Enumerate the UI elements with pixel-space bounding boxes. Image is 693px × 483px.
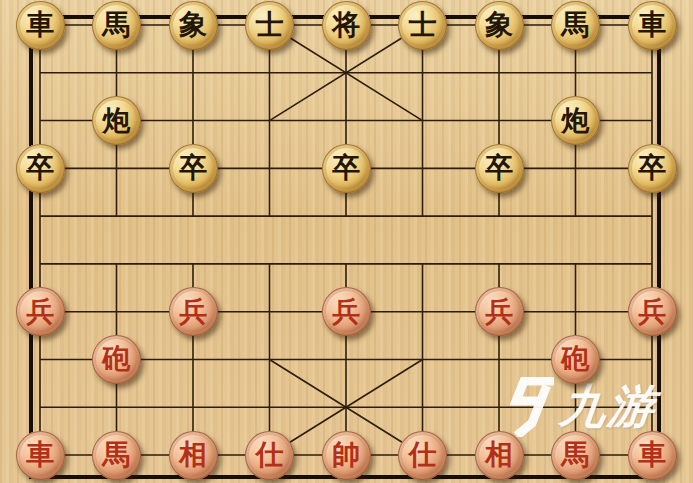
piece-red-soldier-g7[interactable]: 兵 [475,287,524,336]
piece-red-advisor-f10[interactable]: 仕 [398,431,447,480]
piece-black-soldier-i4[interactable]: 卒 [628,144,677,193]
piece-red-soldier-e7[interactable]: 兵 [322,287,371,336]
piece-black-soldier-a4[interactable]: 卒 [16,144,65,193]
piece-black-soldier-g4[interactable]: 卒 [475,144,524,193]
xiangqi-board[interactable]: 九游 車馬象士将士象馬車炮炮卒卒卒卒卒兵兵兵兵兵砲砲車馬相仕帥仕相馬車 [0,0,693,483]
piece-black-advisor-f1[interactable]: 士 [398,1,447,50]
piece-black-elephant-c1[interactable]: 象 [169,1,218,50]
piece-red-cannon-b8[interactable]: 砲 [92,335,141,384]
piece-red-advisor-d10[interactable]: 仕 [245,431,294,480]
piece-black-soldier-c4[interactable]: 卒 [169,144,218,193]
piece-red-soldier-a7[interactable]: 兵 [16,287,65,336]
piece-black-chariot-a1[interactable]: 車 [16,1,65,50]
piece-red-elephant-c10[interactable]: 相 [169,431,218,480]
piece-red-elephant-g10[interactable]: 相 [475,431,524,480]
piece-black-cannon-h3[interactable]: 炮 [551,96,600,145]
piece-black-cannon-b3[interactable]: 炮 [92,96,141,145]
piece-black-elephant-g1[interactable]: 象 [475,1,524,50]
piece-black-horse-h1[interactable]: 馬 [551,1,600,50]
piece-black-general-e1[interactable]: 将 [322,1,371,50]
piece-red-general-e10[interactable]: 帥 [322,431,371,480]
piece-black-soldier-e4[interactable]: 卒 [322,144,371,193]
piece-red-soldier-i7[interactable]: 兵 [628,287,677,336]
board-grid-lines [0,0,693,483]
piece-red-horse-h10[interactable]: 馬 [551,431,600,480]
piece-red-chariot-i10[interactable]: 車 [628,431,677,480]
piece-red-chariot-a10[interactable]: 車 [16,431,65,480]
piece-red-soldier-c7[interactable]: 兵 [169,287,218,336]
piece-red-cannon-h8[interactable]: 砲 [551,335,600,384]
piece-black-advisor-d1[interactable]: 士 [245,1,294,50]
piece-black-chariot-i1[interactable]: 車 [628,1,677,50]
piece-red-horse-b10[interactable]: 馬 [92,431,141,480]
piece-black-horse-b1[interactable]: 馬 [92,1,141,50]
